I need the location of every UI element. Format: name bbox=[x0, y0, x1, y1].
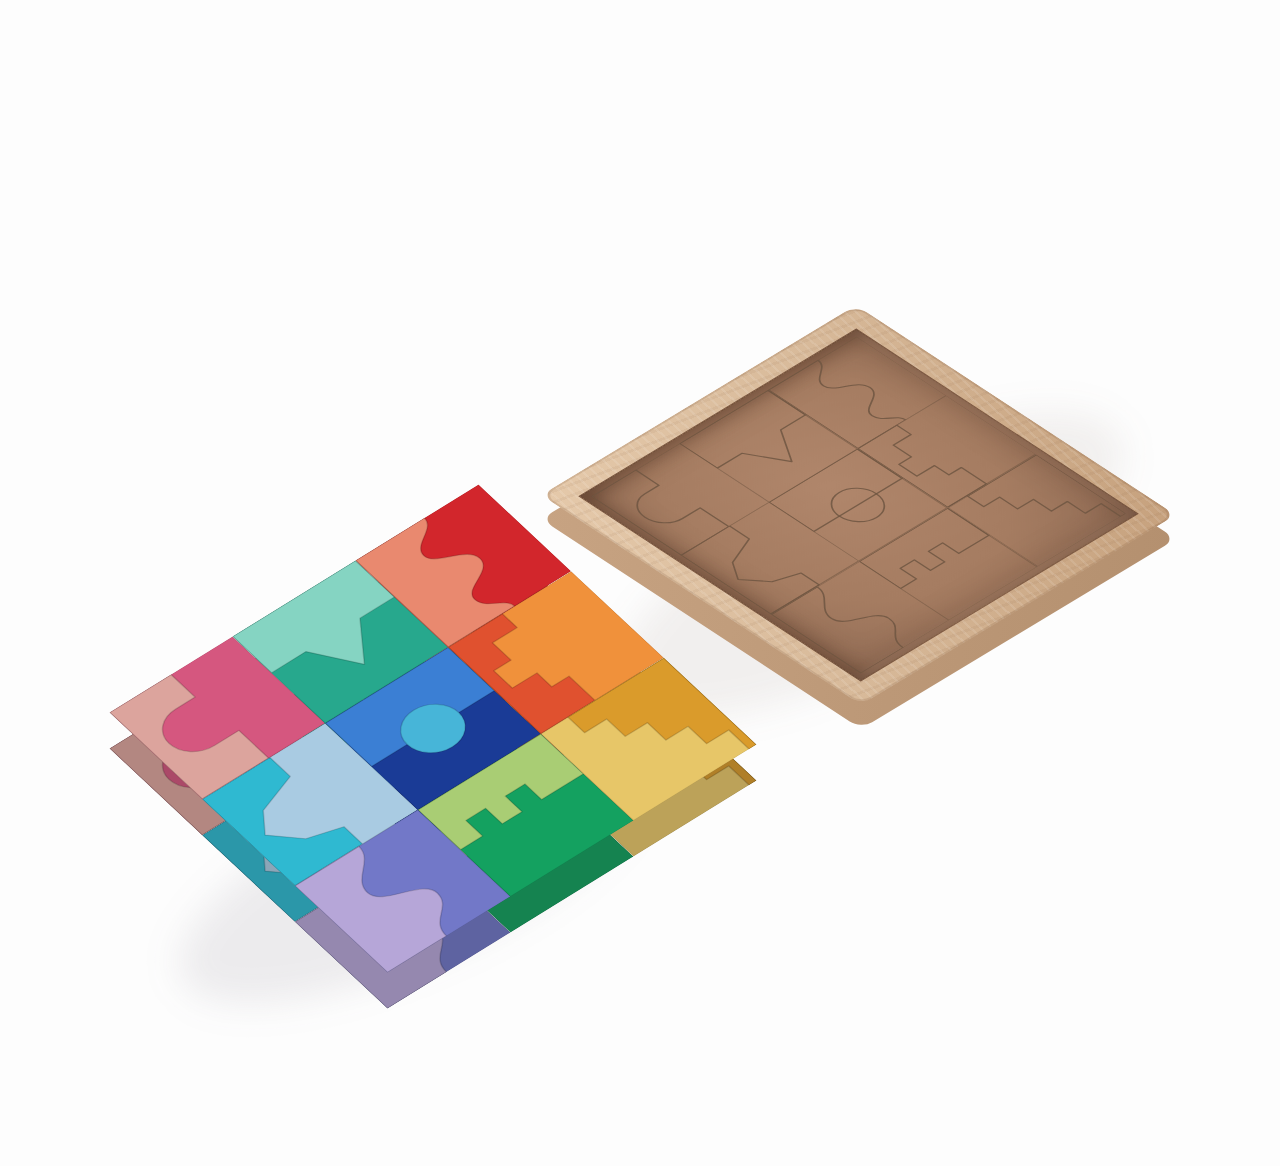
scene bbox=[0, 0, 1280, 1166]
